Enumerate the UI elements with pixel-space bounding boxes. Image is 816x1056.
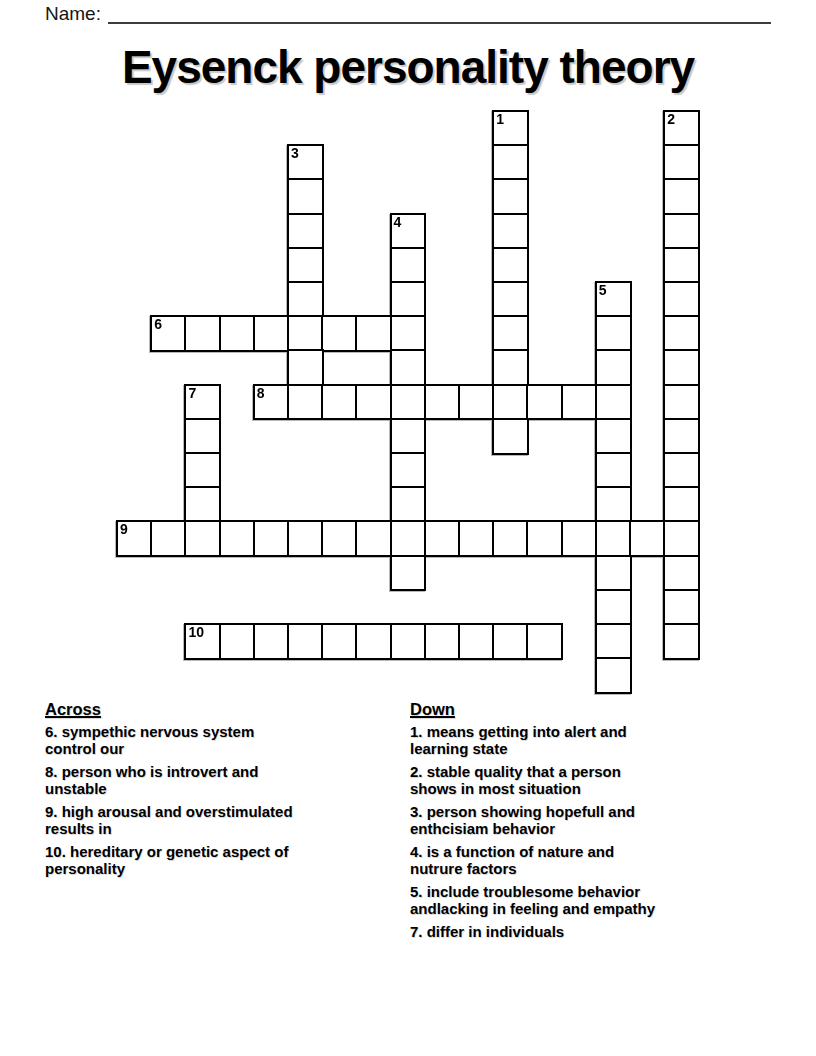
- grid-cell[interactable]: [595, 555, 632, 592]
- grid-cell[interactable]: [526, 384, 563, 421]
- grid-cell[interactable]: [663, 520, 700, 557]
- clue-number: 5.: [410, 883, 423, 900]
- clue-number: 6.: [45, 723, 58, 740]
- grid-cell[interactable]: [184, 418, 221, 455]
- clue-down-2: 2. stable quality that a person shows in…: [410, 764, 762, 797]
- grid-cell[interactable]: [321, 623, 358, 660]
- grid-cell[interactable]: [219, 520, 256, 557]
- grid-cell[interactable]: [595, 418, 632, 455]
- grid-cell[interactable]: [492, 623, 529, 660]
- clue-across-10: 10. hereditary or genetic aspect of pers…: [45, 844, 397, 877]
- grid-cell[interactable]: 5: [595, 281, 632, 318]
- grid-cell[interactable]: [663, 247, 700, 284]
- clue-text: person who is introvert and unstable: [45, 763, 258, 797]
- grid-cell[interactable]: [492, 144, 529, 181]
- grid-cell[interactable]: [663, 452, 700, 489]
- grid-cell[interactable]: [287, 315, 324, 352]
- grid-cell[interactable]: 9: [116, 520, 153, 557]
- grid-cell[interactable]: [253, 520, 290, 557]
- across-heading: Across: [45, 700, 397, 718]
- grid-cell[interactable]: [663, 555, 700, 592]
- grid-cell[interactable]: [321, 384, 358, 421]
- grid-cell[interactable]: [355, 315, 392, 352]
- grid-cell[interactable]: [219, 315, 256, 352]
- clue-text: high arousal and overstimulated results …: [45, 803, 293, 837]
- grid-cell[interactable]: [595, 657, 632, 694]
- grid-cell[interactable]: [492, 349, 529, 386]
- grid-cell[interactable]: [492, 178, 529, 215]
- clue-text: means getting into alert and learning st…: [410, 723, 627, 757]
- grid-cell[interactable]: [150, 520, 187, 557]
- grid-cell[interactable]: [629, 520, 666, 557]
- grid-cell[interactable]: [663, 178, 700, 215]
- name-row: Name:: [45, 3, 771, 24]
- grid-cell[interactable]: [321, 315, 358, 352]
- grid-cell[interactable]: [595, 452, 632, 489]
- grid-cell[interactable]: [526, 623, 563, 660]
- grid-cell[interactable]: [663, 589, 700, 626]
- clue-number-label: 6: [154, 317, 162, 332]
- grid-cell[interactable]: [595, 520, 632, 557]
- grid-cell[interactable]: 8: [253, 384, 290, 421]
- clue-number-label: 9: [120, 522, 128, 537]
- grid-cell[interactable]: [184, 452, 221, 489]
- grid-cell[interactable]: 6: [150, 315, 187, 352]
- crossword-grid: 12345678910: [116, 110, 701, 695]
- grid-cell[interactable]: [355, 520, 392, 557]
- grid-cell[interactable]: [458, 384, 495, 421]
- across-clues-column: Across 6. sympethic nervous system contr…: [45, 700, 397, 884]
- grid-cell[interactable]: [595, 486, 632, 523]
- grid-cell[interactable]: [321, 520, 358, 557]
- grid-cell[interactable]: [663, 418, 700, 455]
- down-heading: Down: [410, 700, 762, 718]
- grid-cell[interactable]: [458, 520, 495, 557]
- clue-number: 4.: [410, 843, 423, 860]
- grid-cell[interactable]: [184, 315, 221, 352]
- grid-cell[interactable]: [287, 520, 324, 557]
- clue-text: person showing hopefull and enthcisiam b…: [410, 803, 635, 837]
- worksheet-page: Name: Eysenck personality theory 1234567…: [0, 0, 816, 1056]
- clue-number-label: 5: [599, 283, 607, 298]
- grid-cell[interactable]: [663, 486, 700, 523]
- grid-cell[interactable]: [219, 623, 256, 660]
- grid-cell[interactable]: [561, 384, 598, 421]
- grid-cell[interactable]: 4: [390, 213, 427, 250]
- grid-cell[interactable]: [355, 384, 392, 421]
- clue-number-label: 8: [257, 386, 265, 401]
- grid-cell[interactable]: [253, 315, 290, 352]
- grid-cell[interactable]: [390, 452, 427, 489]
- grid-cell[interactable]: [492, 520, 529, 557]
- grid-cell[interactable]: [526, 520, 563, 557]
- grid-cell[interactable]: [663, 384, 700, 421]
- clue-number: 8.: [45, 763, 58, 780]
- grid-cell[interactable]: 2: [663, 110, 700, 147]
- clue-number-label: 10: [188, 625, 204, 640]
- grid-cell[interactable]: [287, 178, 324, 215]
- grid-cell[interactable]: [492, 418, 529, 455]
- grid-cell[interactable]: [424, 520, 461, 557]
- grid-cell[interactable]: [184, 486, 221, 523]
- name-fill-line: [108, 3, 771, 24]
- grid-cell[interactable]: [595, 384, 632, 421]
- clue-down-5: 5. include troublesome behavior andlacki…: [410, 884, 762, 917]
- clue-text: differ in individuals: [427, 923, 565, 940]
- grid-cell[interactable]: [663, 623, 700, 660]
- grid-cell[interactable]: [287, 213, 324, 250]
- grid-cell[interactable]: [458, 623, 495, 660]
- grid-cell[interactable]: [390, 486, 427, 523]
- grid-cell[interactable]: [390, 315, 427, 352]
- clue-across-6: 6. sympethic nervous system control our: [45, 724, 397, 757]
- clue-down-7: 7. differ in individuals: [410, 924, 762, 941]
- grid-cell[interactable]: [287, 384, 324, 421]
- clue-across-9: 9. high arousal and overstimulated resul…: [45, 804, 397, 837]
- grid-cell[interactable]: [287, 247, 324, 284]
- clue-down-4: 4. is a function of nature and nutrure f…: [410, 844, 762, 877]
- grid-cell[interactable]: [424, 384, 461, 421]
- grid-cell[interactable]: [492, 247, 529, 284]
- clue-text: is a function of nature and nutrure fact…: [410, 843, 614, 877]
- grid-cell[interactable]: [390, 384, 427, 421]
- grid-cell[interactable]: [390, 349, 427, 386]
- grid-cell[interactable]: [390, 247, 427, 284]
- name-label: Name:: [45, 3, 101, 24]
- grid-cell[interactable]: [390, 555, 427, 592]
- grid-cell[interactable]: [595, 589, 632, 626]
- grid-cell[interactable]: [253, 623, 290, 660]
- clue-text: hereditary or genetic aspect of personal…: [45, 843, 288, 877]
- grid-cell[interactable]: [492, 281, 529, 318]
- grid-cell[interactable]: [390, 281, 427, 318]
- grid-cell[interactable]: [287, 623, 324, 660]
- grid-cell[interactable]: [663, 315, 700, 352]
- clue-number-label: 4: [394, 215, 402, 230]
- clue-down-1: 1. means getting into alert and learning…: [410, 724, 762, 757]
- grid-cell[interactable]: [595, 315, 632, 352]
- grid-cell[interactable]: [663, 281, 700, 318]
- clue-number-label: 3: [291, 146, 299, 161]
- clue-number: 10.: [45, 843, 66, 860]
- grid-cell[interactable]: [561, 520, 598, 557]
- grid-cell[interactable]: [663, 213, 700, 250]
- grid-cell[interactable]: [390, 520, 427, 557]
- grid-cell[interactable]: 7: [184, 384, 221, 421]
- clue-down-3: 3. person showing hopefull and enthcisia…: [410, 804, 762, 837]
- grid-cell[interactable]: [492, 213, 529, 250]
- grid-cell[interactable]: 3: [287, 144, 324, 181]
- grid-cell[interactable]: [287, 349, 324, 386]
- down-clues-column: Down 1. means getting into alert and lea…: [410, 700, 762, 948]
- grid-cell[interactable]: 10: [184, 623, 221, 660]
- grid-cell[interactable]: [595, 349, 632, 386]
- clue-text: sympethic nervous system control our: [45, 723, 254, 757]
- page-title: Eysenck personality theory: [0, 44, 816, 90]
- grid-cell[interactable]: [184, 520, 221, 557]
- clue-number: 1.: [410, 723, 423, 740]
- grid-cell[interactable]: [390, 623, 427, 660]
- clue-text: stable quality that a person shows in mo…: [410, 763, 621, 797]
- clue-number: 9.: [45, 803, 58, 820]
- grid-cell[interactable]: [663, 349, 700, 386]
- grid-cell[interactable]: [492, 315, 529, 352]
- clue-number: 3.: [410, 803, 423, 820]
- grid-cell[interactable]: [287, 281, 324, 318]
- grid-cell[interactable]: [595, 623, 632, 660]
- clue-number-label: 7: [188, 386, 196, 401]
- grid-cell[interactable]: [390, 418, 427, 455]
- grid-cell[interactable]: [663, 144, 700, 181]
- grid-cell[interactable]: [424, 623, 461, 660]
- clue-number: 2.: [410, 763, 423, 780]
- grid-cell[interactable]: [492, 384, 529, 421]
- grid-cell[interactable]: [355, 623, 392, 660]
- clue-number-label: 2: [667, 112, 675, 127]
- grid-cell[interactable]: 1: [492, 110, 529, 147]
- clue-across-8: 8. person who is introvert and unstable: [45, 764, 397, 797]
- clue-number-label: 1: [496, 112, 504, 127]
- clue-number: 7.: [410, 923, 423, 940]
- clue-text: include troublesome behavior andlacking …: [410, 883, 655, 917]
